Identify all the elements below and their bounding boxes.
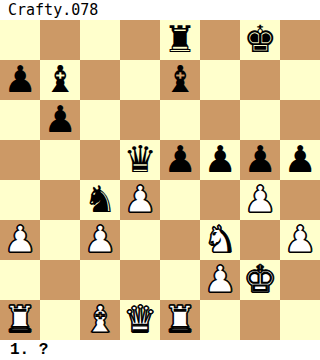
square-a7[interactable]: ♟ <box>0 60 40 100</box>
square-d8[interactable] <box>120 20 160 60</box>
square-g1[interactable] <box>240 300 280 340</box>
square-b5[interactable] <box>40 140 80 180</box>
square-c7[interactable] <box>80 60 120 100</box>
white-pawn-icon[interactable]: ♟ <box>123 180 156 220</box>
square-d2[interactable] <box>120 260 160 300</box>
black-queen-icon[interactable]: ♛ <box>123 140 156 180</box>
white-bishop-icon[interactable]: ♝ <box>83 300 116 340</box>
square-h8[interactable] <box>280 20 320 60</box>
square-d7[interactable] <box>120 60 160 100</box>
black-rook-icon[interactable]: ♜ <box>163 20 196 60</box>
square-g6[interactable] <box>240 100 280 140</box>
window-title: Crafty.078 <box>0 0 320 20</box>
move-prompt: 1. ? <box>0 340 320 360</box>
white-rook-icon[interactable]: ♜ <box>163 300 196 340</box>
square-h1[interactable] <box>280 300 320 340</box>
black-pawn-icon[interactable]: ♟ <box>203 140 236 180</box>
square-e3[interactable] <box>160 220 200 260</box>
square-f4[interactable] <box>200 180 240 220</box>
square-h2[interactable] <box>280 260 320 300</box>
black-king-icon[interactable]: ♚ <box>243 20 276 60</box>
square-e8[interactable]: ♜ <box>160 20 200 60</box>
square-e2[interactable] <box>160 260 200 300</box>
square-b6[interactable]: ♟ <box>40 100 80 140</box>
square-a5[interactable] <box>0 140 40 180</box>
square-c5[interactable] <box>80 140 120 180</box>
black-bishop-icon[interactable]: ♝ <box>163 60 196 100</box>
square-f8[interactable] <box>200 20 240 60</box>
square-g8[interactable]: ♚ <box>240 20 280 60</box>
square-d1[interactable]: ♛ <box>120 300 160 340</box>
square-g3[interactable] <box>240 220 280 260</box>
square-e1[interactable]: ♜ <box>160 300 200 340</box>
square-d4[interactable]: ♟ <box>120 180 160 220</box>
square-c8[interactable] <box>80 20 120 60</box>
square-d6[interactable] <box>120 100 160 140</box>
square-b7[interactable]: ♝ <box>40 60 80 100</box>
square-e6[interactable] <box>160 100 200 140</box>
square-c6[interactable] <box>80 100 120 140</box>
square-g7[interactable] <box>240 60 280 100</box>
square-c4[interactable]: ♞ <box>80 180 120 220</box>
black-knight-icon[interactable]: ♞ <box>83 180 116 220</box>
black-pawn-icon[interactable]: ♟ <box>243 140 276 180</box>
white-pawn-icon[interactable]: ♟ <box>203 260 236 300</box>
square-e4[interactable] <box>160 180 200 220</box>
square-f7[interactable] <box>200 60 240 100</box>
square-b2[interactable] <box>40 260 80 300</box>
square-f1[interactable] <box>200 300 240 340</box>
square-b1[interactable] <box>40 300 80 340</box>
square-a3[interactable]: ♟ <box>0 220 40 260</box>
square-c2[interactable] <box>80 260 120 300</box>
white-pawn-icon[interactable]: ♟ <box>3 220 36 260</box>
square-h7[interactable] <box>280 60 320 100</box>
square-d3[interactable] <box>120 220 160 260</box>
white-rook-icon[interactable]: ♜ <box>3 300 36 340</box>
square-g5[interactable]: ♟ <box>240 140 280 180</box>
square-f2[interactable]: ♟ <box>200 260 240 300</box>
black-pawn-icon[interactable]: ♟ <box>3 60 36 100</box>
square-a8[interactable] <box>0 20 40 60</box>
square-a2[interactable] <box>0 260 40 300</box>
white-pawn-icon[interactable]: ♟ <box>283 220 316 260</box>
square-f6[interactable] <box>200 100 240 140</box>
square-c3[interactable]: ♟ <box>80 220 120 260</box>
black-pawn-icon[interactable]: ♟ <box>163 140 196 180</box>
square-f3[interactable]: ♞ <box>200 220 240 260</box>
square-b4[interactable] <box>40 180 80 220</box>
square-f5[interactable]: ♟ <box>200 140 240 180</box>
white-pawn-icon[interactable]: ♟ <box>83 220 116 260</box>
black-bishop-icon[interactable]: ♝ <box>43 60 76 100</box>
square-a1[interactable]: ♜ <box>0 300 40 340</box>
white-knight-icon[interactable]: ♞ <box>203 220 236 260</box>
square-a6[interactable] <box>0 100 40 140</box>
square-d5[interactable]: ♛ <box>120 140 160 180</box>
square-e5[interactable]: ♟ <box>160 140 200 180</box>
square-h5[interactable]: ♟ <box>280 140 320 180</box>
square-b8[interactable] <box>40 20 80 60</box>
white-pawn-icon[interactable]: ♟ <box>243 180 276 220</box>
square-b3[interactable] <box>40 220 80 260</box>
square-g4[interactable]: ♟ <box>240 180 280 220</box>
white-queen-icon[interactable]: ♛ <box>123 300 156 340</box>
square-h4[interactable] <box>280 180 320 220</box>
white-king-icon[interactable]: ♚ <box>243 260 276 300</box>
black-pawn-icon[interactable]: ♟ <box>43 100 76 140</box>
chess-board[interactable]: ♜♚♟♝♝♟♛♟♟♟♟♞♟♟♟♟♞♟♟♚♜♝♛♜ <box>0 20 320 340</box>
crafty-window: Crafty.078 ♜♚♟♝♝♟♛♟♟♟♟♞♟♟♟♟♞♟♟♚♜♝♛♜ 1. ? <box>0 0 320 360</box>
square-h3[interactable]: ♟ <box>280 220 320 260</box>
square-a4[interactable] <box>0 180 40 220</box>
square-g2[interactable]: ♚ <box>240 260 280 300</box>
black-pawn-icon[interactable]: ♟ <box>283 140 316 180</box>
square-e7[interactable]: ♝ <box>160 60 200 100</box>
square-h6[interactable] <box>280 100 320 140</box>
square-c1[interactable]: ♝ <box>80 300 120 340</box>
